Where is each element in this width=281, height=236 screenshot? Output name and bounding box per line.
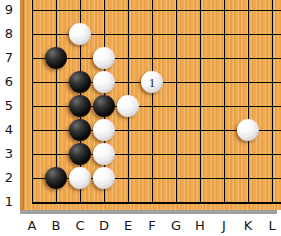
- col-label-G: G: [167, 217, 185, 235]
- row-label-1: 1: [0, 193, 18, 211]
- white-stone-D3[interactable]: [93, 143, 115, 165]
- go-diagram: 1 987654321 ABCDEFGHJKL: [0, 0, 281, 236]
- row-label-2: 2: [0, 169, 18, 187]
- col-label-A: A: [23, 217, 41, 235]
- stone-layer: 1: [20, 0, 281, 210]
- black-stone-D5[interactable]: [93, 95, 115, 117]
- white-stone-D7[interactable]: [93, 47, 115, 69]
- row-label-4: 4: [0, 121, 18, 139]
- black-stone-B7[interactable]: [45, 47, 67, 69]
- col-label-B: B: [47, 217, 65, 235]
- col-label-J: J: [215, 217, 233, 235]
- row-label-8: 8: [0, 25, 18, 43]
- white-stone-D2[interactable]: [93, 167, 115, 189]
- row-label-7: 7: [0, 49, 18, 67]
- white-stone-F6[interactable]: 1: [141, 71, 163, 93]
- white-stone-C8[interactable]: [69, 23, 91, 45]
- col-label-C: C: [71, 217, 89, 235]
- black-stone-C3[interactable]: [69, 143, 91, 165]
- white-stone-E5[interactable]: [117, 95, 139, 117]
- board-shadow: [20, 210, 277, 214]
- col-label-L: L: [263, 217, 281, 235]
- go-board[interactable]: 1: [20, 0, 281, 210]
- col-label-D: D: [95, 217, 113, 235]
- col-label-E: E: [119, 217, 137, 235]
- black-stone-C5[interactable]: [69, 95, 91, 117]
- white-stone-D4[interactable]: [93, 119, 115, 141]
- white-stone-K4[interactable]: [237, 119, 259, 141]
- white-stone-C2[interactable]: [69, 167, 91, 189]
- white-stone-D6[interactable]: [93, 71, 115, 93]
- move-number-label: 1: [149, 76, 156, 89]
- col-label-F: F: [143, 217, 161, 235]
- row-label-9: 9: [0, 1, 18, 19]
- row-label-5: 5: [0, 97, 18, 115]
- col-label-K: K: [239, 217, 257, 235]
- col-label-H: H: [191, 217, 209, 235]
- black-stone-B2[interactable]: [45, 167, 67, 189]
- row-label-3: 3: [0, 145, 18, 163]
- black-stone-C6[interactable]: [69, 71, 91, 93]
- row-label-6: 6: [0, 73, 18, 91]
- black-stone-C4[interactable]: [69, 119, 91, 141]
